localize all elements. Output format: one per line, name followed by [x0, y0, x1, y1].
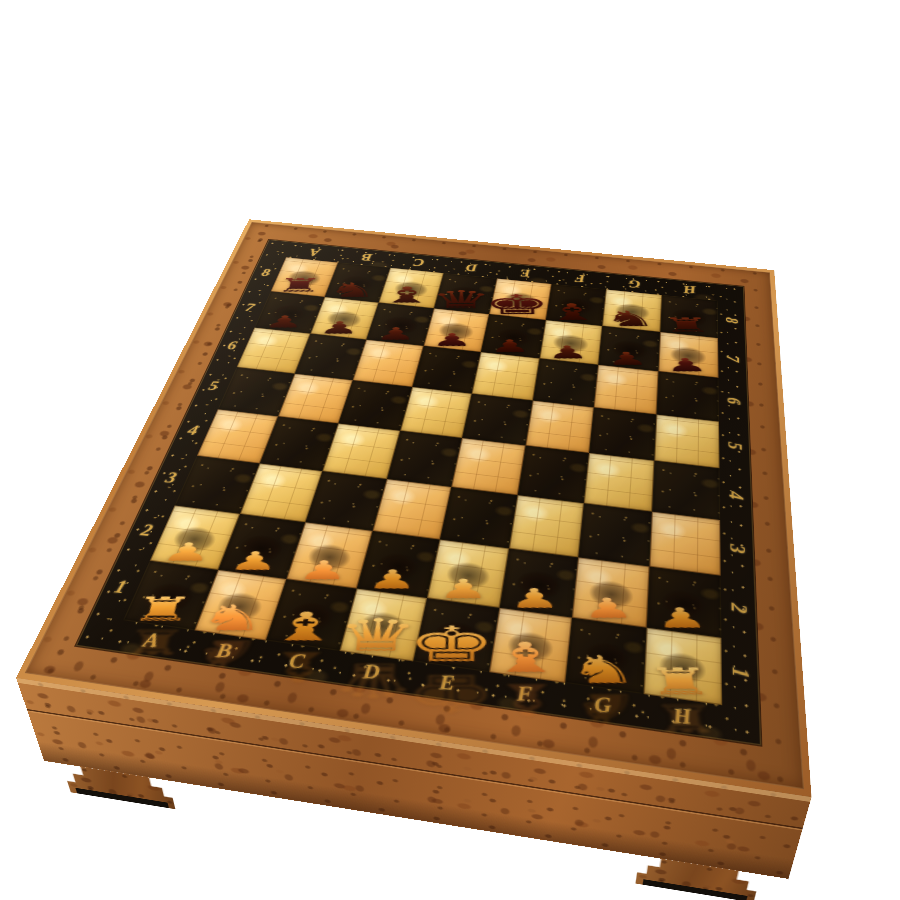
square-h6[interactable] [656, 371, 719, 421]
square-c1[interactable]: ♝ [266, 579, 356, 651]
piece-black-pawn[interactable]: ♟ [432, 331, 473, 348]
rank-label-left-4: 4 [186, 422, 201, 439]
square-f4[interactable] [517, 445, 589, 502]
border-ornament: · [443, 261, 449, 270]
piece-black-pawn[interactable]: ♟ [489, 338, 531, 355]
file-label-back-h: H [682, 283, 697, 296]
border-ornament: · [183, 637, 195, 654]
border-ornament: · [660, 282, 664, 291]
rank-label-right-3: 3 [725, 543, 750, 555]
scene: A·B·C·D·E·F·G·H A·B·C·D·E·F·G·H 87654321… [0, 0, 900, 900]
square-e6[interactable] [472, 352, 539, 400]
piece-reflection [365, 545, 430, 587]
file-label-back-e: E [520, 267, 531, 279]
square-c7[interactable]: ♟ [366, 302, 433, 345]
square-e8[interactable]: ♚ [489, 278, 551, 319]
square-g3[interactable] [578, 503, 651, 567]
square-f6[interactable] [532, 358, 598, 407]
square-d8[interactable]: ♛ [434, 273, 497, 314]
piece-black-pawn[interactable]: ♟ [318, 320, 361, 337]
piece-black-pawn[interactable]: ♟ [262, 314, 305, 331]
piece-reflection [227, 528, 294, 569]
file-label-front-e: E [439, 671, 456, 696]
piece-white-pawn[interactable]: ♟ [509, 585, 562, 612]
square-c2[interactable]: ♟ [287, 522, 373, 588]
piece-white-knight[interactable]: ♞ [196, 600, 269, 636]
piece-reflection [160, 519, 228, 559]
piece-white-rook[interactable]: ♜ [127, 593, 197, 626]
file-label-front-d: D [362, 660, 381, 684]
square-h8[interactable]: ♜ [660, 295, 718, 338]
file-label-back-b: B [361, 251, 373, 263]
piece-black-queen[interactable]: ♛ [430, 287, 492, 312]
rank-label-right-4-cell: 4 [720, 468, 753, 523]
square-g2[interactable]: ♟ [572, 557, 649, 627]
square-d5[interactable] [400, 387, 472, 438]
square-e7[interactable]: ♟ [481, 314, 546, 359]
piece-black-pawn[interactable]: ♟ [664, 356, 710, 374]
border-ornament: · [560, 690, 568, 709]
rank-label-right-6-cell: 6 [719, 378, 750, 425]
border-ornament: · [330, 658, 340, 676]
piece-white-pawn[interactable]: ♟ [227, 548, 281, 574]
piece-reflection [435, 554, 499, 597]
square-g6[interactable] [594, 365, 658, 414]
rank-label-left-3: 3 [163, 469, 179, 487]
square-g4[interactable] [584, 453, 654, 511]
piece-reflection [507, 563, 570, 606]
piece-white-pawn[interactable]: ♟ [159, 539, 214, 564]
square-e4[interactable] [451, 438, 525, 495]
square-b1[interactable]: ♞ [194, 569, 287, 640]
file-label-front-c: C [288, 649, 307, 673]
square-f3[interactable] [508, 495, 583, 558]
square-d6[interactable] [412, 346, 481, 394]
border-ornament: · [390, 256, 397, 265]
square-f8[interactable]: ♝ [545, 284, 606, 326]
square-d2[interactable]: ♟ [356, 531, 440, 598]
piece-white-king[interactable]: ♚ [405, 620, 496, 669]
rank-label-right-3-cell: 3 [720, 520, 755, 580]
border-ornament: · [406, 669, 415, 687]
piece-white-pawn[interactable]: ♟ [366, 566, 418, 592]
rank-label-left-2: 2 [138, 520, 155, 540]
square-e3[interactable] [440, 487, 517, 549]
square-a2[interactable]: ♟ [150, 505, 239, 569]
rank-label-right-6: 6 [723, 396, 745, 405]
square-g7[interactable]: ♟ [598, 326, 660, 372]
border-ornament: · [496, 266, 502, 275]
file-label-front-g: G [593, 692, 612, 718]
square-b3[interactable] [239, 463, 322, 522]
piece-reflection [580, 572, 642, 616]
rank-label-right-7: 7 [722, 355, 743, 363]
piece-black-rook[interactable]: ♜ [661, 315, 714, 335]
rank-label-right-2-cell: 2 [721, 576, 758, 642]
rank-label-right-2: 2 [726, 602, 752, 615]
file-label-back-d: D [466, 262, 478, 274]
rank-label-right-8-cell: 8 [718, 301, 746, 341]
rank-label-right-4: 4 [724, 490, 748, 501]
piece-reflection [296, 537, 362, 579]
piece-white-pawn[interactable]: ♟ [296, 557, 349, 583]
piece-white-pawn[interactable]: ♟ [581, 594, 636, 622]
border-ornament: · [640, 701, 647, 720]
square-e2[interactable]: ♟ [427, 540, 508, 608]
rank-label-left-7: 7 [243, 301, 256, 314]
square-g8[interactable]: ♞ [602, 289, 661, 331]
square-h7[interactable]: ♟ [658, 332, 719, 378]
square-f7[interactable]: ♟ [539, 320, 602, 365]
file-label-back-a: A [308, 246, 321, 258]
square-a4[interactable] [197, 409, 278, 463]
product-photo: A·B·C·D·E·F·G·H A·B·C·D·E·F·G·H 87654321… [0, 0, 900, 900]
square-a3[interactable] [175, 455, 260, 513]
border-ornament: · [482, 679, 490, 697]
file-label-front-a: A [141, 629, 162, 652]
square-f2[interactable]: ♟ [499, 548, 578, 617]
square-e5[interactable] [462, 393, 532, 445]
piece-black-pawn[interactable]: ♟ [605, 350, 649, 368]
rank-label-left-6: 6 [226, 338, 239, 352]
rank-label-left-1: 1 [111, 577, 129, 599]
rank-label-right-8: 8 [721, 316, 741, 324]
file-label-front-f: F [517, 681, 533, 706]
border-ornament: · [256, 647, 267, 665]
piece-white-pawn[interactable]: ♟ [438, 575, 489, 602]
square-h2[interactable]: ♟ [646, 566, 721, 637]
piece-black-pawn[interactable]: ♟ [547, 344, 590, 362]
square-c3[interactable] [305, 471, 386, 531]
piece-black-pawn[interactable]: ♟ [374, 325, 416, 342]
rank-label-left-8: 8 [260, 266, 272, 278]
file-label-back-c: C [413, 257, 425, 269]
square-d7[interactable]: ♟ [423, 308, 489, 352]
piece-reflection [348, 604, 417, 650]
square-g5[interactable] [589, 407, 656, 460]
border-ornament: · [605, 277, 610, 286]
square-b2[interactable]: ♟ [218, 514, 306, 579]
chess-box: A·B·C·D·E·F·G·H A·B·C·D·E·F·G·H 87654321… [16, 219, 811, 797]
square-f5[interactable] [525, 400, 594, 453]
